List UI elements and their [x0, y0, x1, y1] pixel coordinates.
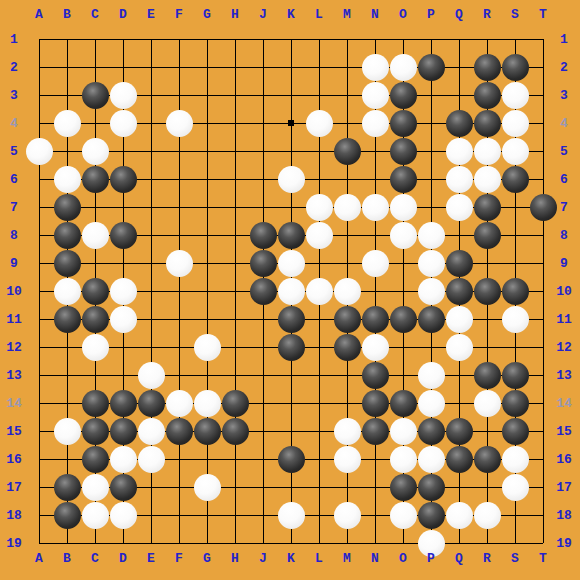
cell-H13[interactable]: [221, 361, 249, 389]
cell-P2[interactable]: [417, 53, 445, 81]
cell-G16[interactable]: [193, 445, 221, 473]
cell-E6[interactable]: [137, 165, 165, 193]
cell-E13[interactable]: [137, 361, 165, 389]
cell-N7[interactable]: [361, 193, 389, 221]
cell-F13[interactable]: [165, 361, 193, 389]
cell-N3[interactable]: [361, 81, 389, 109]
cell-G11[interactable]: [193, 305, 221, 333]
cell-E10[interactable]: [137, 277, 165, 305]
cell-M15[interactable]: [333, 417, 361, 445]
cell-J15[interactable]: [249, 417, 277, 445]
cell-N16[interactable]: [361, 445, 389, 473]
cell-Q7[interactable]: [445, 193, 473, 221]
cell-D4[interactable]: [109, 109, 137, 137]
cell-C17[interactable]: [81, 473, 109, 501]
cell-K8[interactable]: [277, 221, 305, 249]
cell-L10[interactable]: [305, 277, 333, 305]
cell-R15[interactable]: [473, 417, 501, 445]
cell-S3[interactable]: [501, 81, 529, 109]
cell-A3[interactable]: [25, 81, 53, 109]
cell-G4[interactable]: [193, 109, 221, 137]
cell-Q9[interactable]: [445, 249, 473, 277]
cell-B8[interactable]: [53, 221, 81, 249]
cell-A18[interactable]: [25, 501, 53, 529]
cell-L1[interactable]: [305, 25, 333, 53]
cell-L3[interactable]: [305, 81, 333, 109]
cell-L14[interactable]: [305, 389, 333, 417]
cell-S17[interactable]: [501, 473, 529, 501]
cell-Q12[interactable]: [445, 333, 473, 361]
cell-F6[interactable]: [165, 165, 193, 193]
cell-H8[interactable]: [221, 221, 249, 249]
cell-B18[interactable]: [53, 501, 81, 529]
cell-R7[interactable]: [473, 193, 501, 221]
cell-J11[interactable]: [249, 305, 277, 333]
cell-N9[interactable]: [361, 249, 389, 277]
cell-S4[interactable]: [501, 109, 529, 137]
cell-M18[interactable]: [333, 501, 361, 529]
cell-E7[interactable]: [137, 193, 165, 221]
cell-O2[interactable]: [389, 53, 417, 81]
cell-K2[interactable]: [277, 53, 305, 81]
cell-R9[interactable]: [473, 249, 501, 277]
cell-K11[interactable]: [277, 305, 305, 333]
cell-R13[interactable]: [473, 361, 501, 389]
cell-H6[interactable]: [221, 165, 249, 193]
cell-P4[interactable]: [417, 109, 445, 137]
cell-M11[interactable]: [333, 305, 361, 333]
cell-L13[interactable]: [305, 361, 333, 389]
cell-H14[interactable]: [221, 389, 249, 417]
cell-D17[interactable]: [109, 473, 137, 501]
cell-N10[interactable]: [361, 277, 389, 305]
cell-P3[interactable]: [417, 81, 445, 109]
cell-J17[interactable]: [249, 473, 277, 501]
cell-Q3[interactable]: [445, 81, 473, 109]
cell-B9[interactable]: [53, 249, 81, 277]
cell-L17[interactable]: [305, 473, 333, 501]
cell-K4[interactable]: [277, 109, 305, 137]
cell-D2[interactable]: [109, 53, 137, 81]
cell-B6[interactable]: [53, 165, 81, 193]
cell-E8[interactable]: [137, 221, 165, 249]
cell-C10[interactable]: [81, 277, 109, 305]
cell-C1[interactable]: [81, 25, 109, 53]
cell-K18[interactable]: [277, 501, 305, 529]
cell-P14[interactable]: [417, 389, 445, 417]
cell-M9[interactable]: [333, 249, 361, 277]
cell-F7[interactable]: [165, 193, 193, 221]
cell-A5[interactable]: [25, 137, 53, 165]
cell-L9[interactable]: [305, 249, 333, 277]
cell-O6[interactable]: [389, 165, 417, 193]
cell-O8[interactable]: [389, 221, 417, 249]
cell-M17[interactable]: [333, 473, 361, 501]
cell-S9[interactable]: [501, 249, 529, 277]
cell-E3[interactable]: [137, 81, 165, 109]
cell-F5[interactable]: [165, 137, 193, 165]
cell-O13[interactable]: [389, 361, 417, 389]
cell-G2[interactable]: [193, 53, 221, 81]
cell-Q15[interactable]: [445, 417, 473, 445]
cell-S2[interactable]: [501, 53, 529, 81]
cell-C8[interactable]: [81, 221, 109, 249]
cell-G14[interactable]: [193, 389, 221, 417]
cell-M12[interactable]: [333, 333, 361, 361]
cell-A12[interactable]: [25, 333, 53, 361]
cell-S5[interactable]: [501, 137, 529, 165]
cell-H18[interactable]: [221, 501, 249, 529]
cell-D12[interactable]: [109, 333, 137, 361]
cell-J18[interactable]: [249, 501, 277, 529]
cell-K17[interactable]: [277, 473, 305, 501]
cell-O10[interactable]: [389, 277, 417, 305]
cell-J13[interactable]: [249, 361, 277, 389]
cell-D13[interactable]: [109, 361, 137, 389]
cell-E1[interactable]: [137, 25, 165, 53]
cell-C3[interactable]: [81, 81, 109, 109]
cell-O16[interactable]: [389, 445, 417, 473]
cell-Q1[interactable]: [445, 25, 473, 53]
cell-N1[interactable]: [361, 25, 389, 53]
cell-P15[interactable]: [417, 417, 445, 445]
cell-C15[interactable]: [81, 417, 109, 445]
cell-N11[interactable]: [361, 305, 389, 333]
cell-A8[interactable]: [25, 221, 53, 249]
cell-H10[interactable]: [221, 277, 249, 305]
cell-B11[interactable]: [53, 305, 81, 333]
cell-A11[interactable]: [25, 305, 53, 333]
cell-N17[interactable]: [361, 473, 389, 501]
cell-A4[interactable]: [25, 109, 53, 137]
cell-M4[interactable]: [333, 109, 361, 137]
cell-J1[interactable]: [249, 25, 277, 53]
cell-G15[interactable]: [193, 417, 221, 445]
cell-H7[interactable]: [221, 193, 249, 221]
cell-M3[interactable]: [333, 81, 361, 109]
cell-K13[interactable]: [277, 361, 305, 389]
cell-F9[interactable]: [165, 249, 193, 277]
cell-G18[interactable]: [193, 501, 221, 529]
cell-P9[interactable]: [417, 249, 445, 277]
cell-L15[interactable]: [305, 417, 333, 445]
cell-J6[interactable]: [249, 165, 277, 193]
cell-P7[interactable]: [417, 193, 445, 221]
cell-B12[interactable]: [53, 333, 81, 361]
cell-D9[interactable]: [109, 249, 137, 277]
cell-R16[interactable]: [473, 445, 501, 473]
cell-J8[interactable]: [249, 221, 277, 249]
cell-R1[interactable]: [473, 25, 501, 53]
cell-O14[interactable]: [389, 389, 417, 417]
cell-O3[interactable]: [389, 81, 417, 109]
cell-R18[interactable]: [473, 501, 501, 529]
cell-B3[interactable]: [53, 81, 81, 109]
cell-B4[interactable]: [53, 109, 81, 137]
cell-G8[interactable]: [193, 221, 221, 249]
cell-H3[interactable]: [221, 81, 249, 109]
cell-C4[interactable]: [81, 109, 109, 137]
cell-N15[interactable]: [361, 417, 389, 445]
cell-R2[interactable]: [473, 53, 501, 81]
cell-C18[interactable]: [81, 501, 109, 529]
cell-Q4[interactable]: [445, 109, 473, 137]
cell-O5[interactable]: [389, 137, 417, 165]
cell-H2[interactable]: [221, 53, 249, 81]
cell-R6[interactable]: [473, 165, 501, 193]
cell-J9[interactable]: [249, 249, 277, 277]
cell-J2[interactable]: [249, 53, 277, 81]
cell-B5[interactable]: [53, 137, 81, 165]
cell-R10[interactable]: [473, 277, 501, 305]
cell-M2[interactable]: [333, 53, 361, 81]
cell-O7[interactable]: [389, 193, 417, 221]
cell-L16[interactable]: [305, 445, 333, 473]
cell-F15[interactable]: [165, 417, 193, 445]
cell-C14[interactable]: [81, 389, 109, 417]
cell-Q10[interactable]: [445, 277, 473, 305]
cell-F14[interactable]: [165, 389, 193, 417]
cell-E16[interactable]: [137, 445, 165, 473]
cell-K10[interactable]: [277, 277, 305, 305]
cell-A1[interactable]: [25, 25, 53, 53]
cell-Q11[interactable]: [445, 305, 473, 333]
cell-L4[interactable]: [305, 109, 333, 137]
cell-M6[interactable]: [333, 165, 361, 193]
cell-S8[interactable]: [501, 221, 529, 249]
cell-K12[interactable]: [277, 333, 305, 361]
cell-P18[interactable]: [417, 501, 445, 529]
cell-B10[interactable]: [53, 277, 81, 305]
cell-A7[interactable]: [25, 193, 53, 221]
cell-S11[interactable]: [501, 305, 529, 333]
cell-R4[interactable]: [473, 109, 501, 137]
cell-S18[interactable]: [501, 501, 529, 529]
cell-D1[interactable]: [109, 25, 137, 53]
cell-J3[interactable]: [249, 81, 277, 109]
cell-A13[interactable]: [25, 361, 53, 389]
cell-B2[interactable]: [53, 53, 81, 81]
cell-Q16[interactable]: [445, 445, 473, 473]
cell-J5[interactable]: [249, 137, 277, 165]
cell-R11[interactable]: [473, 305, 501, 333]
cell-A14[interactable]: [25, 389, 53, 417]
cell-B1[interactable]: [53, 25, 81, 53]
cell-C11[interactable]: [81, 305, 109, 333]
cell-H17[interactable]: [221, 473, 249, 501]
cell-O11[interactable]: [389, 305, 417, 333]
cell-R14[interactable]: [473, 389, 501, 417]
cell-A17[interactable]: [25, 473, 53, 501]
cell-S15[interactable]: [501, 417, 529, 445]
cell-P11[interactable]: [417, 305, 445, 333]
cell-E18[interactable]: [137, 501, 165, 529]
cell-B14[interactable]: [53, 389, 81, 417]
cell-S13[interactable]: [501, 361, 529, 389]
cell-F18[interactable]: [165, 501, 193, 529]
cell-H15[interactable]: [221, 417, 249, 445]
cell-M1[interactable]: [333, 25, 361, 53]
cell-M7[interactable]: [333, 193, 361, 221]
cell-G12[interactable]: [193, 333, 221, 361]
cell-E11[interactable]: [137, 305, 165, 333]
cell-Q13[interactable]: [445, 361, 473, 389]
cell-R12[interactable]: [473, 333, 501, 361]
cell-R5[interactable]: [473, 137, 501, 165]
cell-K9[interactable]: [277, 249, 305, 277]
cell-L12[interactable]: [305, 333, 333, 361]
cell-B13[interactable]: [53, 361, 81, 389]
cell-Q8[interactable]: [445, 221, 473, 249]
cell-N13[interactable]: [361, 361, 389, 389]
cell-J12[interactable]: [249, 333, 277, 361]
cell-D18[interactable]: [109, 501, 137, 529]
cell-C16[interactable]: [81, 445, 109, 473]
cell-E12[interactable]: [137, 333, 165, 361]
cell-N12[interactable]: [361, 333, 389, 361]
cell-C6[interactable]: [81, 165, 109, 193]
cell-H16[interactable]: [221, 445, 249, 473]
cell-D16[interactable]: [109, 445, 137, 473]
cell-J7[interactable]: [249, 193, 277, 221]
cell-K6[interactable]: [277, 165, 305, 193]
cell-C9[interactable]: [81, 249, 109, 277]
cell-E17[interactable]: [137, 473, 165, 501]
cell-D3[interactable]: [109, 81, 137, 109]
cell-S10[interactable]: [501, 277, 529, 305]
cell-K7[interactable]: [277, 193, 305, 221]
cell-E9[interactable]: [137, 249, 165, 277]
cell-M13[interactable]: [333, 361, 361, 389]
cell-E14[interactable]: [137, 389, 165, 417]
cell-F8[interactable]: [165, 221, 193, 249]
cell-D7[interactable]: [109, 193, 137, 221]
cell-A15[interactable]: [25, 417, 53, 445]
cell-Q2[interactable]: [445, 53, 473, 81]
cell-O9[interactable]: [389, 249, 417, 277]
cell-L5[interactable]: [305, 137, 333, 165]
cell-A9[interactable]: [25, 249, 53, 277]
cell-E5[interactable]: [137, 137, 165, 165]
cell-R17[interactable]: [473, 473, 501, 501]
cell-J10[interactable]: [249, 277, 277, 305]
cell-H12[interactable]: [221, 333, 249, 361]
cell-L11[interactable]: [305, 305, 333, 333]
cell-K3[interactable]: [277, 81, 305, 109]
cell-P16[interactable]: [417, 445, 445, 473]
cell-G6[interactable]: [193, 165, 221, 193]
cell-F3[interactable]: [165, 81, 193, 109]
cell-E15[interactable]: [137, 417, 165, 445]
cell-B16[interactable]: [53, 445, 81, 473]
cell-P12[interactable]: [417, 333, 445, 361]
cell-M14[interactable]: [333, 389, 361, 417]
cell-B17[interactable]: [53, 473, 81, 501]
cell-N14[interactable]: [361, 389, 389, 417]
cell-N8[interactable]: [361, 221, 389, 249]
cell-G10[interactable]: [193, 277, 221, 305]
cell-G3[interactable]: [193, 81, 221, 109]
cell-M16[interactable]: [333, 445, 361, 473]
cell-F10[interactable]: [165, 277, 193, 305]
cell-C5[interactable]: [81, 137, 109, 165]
cell-P6[interactable]: [417, 165, 445, 193]
cell-Q5[interactable]: [445, 137, 473, 165]
cell-R8[interactable]: [473, 221, 501, 249]
cell-F11[interactable]: [165, 305, 193, 333]
cell-S14[interactable]: [501, 389, 529, 417]
cell-Q14[interactable]: [445, 389, 473, 417]
cell-F16[interactable]: [165, 445, 193, 473]
cell-N6[interactable]: [361, 165, 389, 193]
cell-D10[interactable]: [109, 277, 137, 305]
cell-L18[interactable]: [305, 501, 333, 529]
cell-C2[interactable]: [81, 53, 109, 81]
cell-C13[interactable]: [81, 361, 109, 389]
cell-M8[interactable]: [333, 221, 361, 249]
cell-A2[interactable]: [25, 53, 53, 81]
cell-J14[interactable]: [249, 389, 277, 417]
cell-G17[interactable]: [193, 473, 221, 501]
cell-K1[interactable]: [277, 25, 305, 53]
cell-E2[interactable]: [137, 53, 165, 81]
cell-K16[interactable]: [277, 445, 305, 473]
cell-O4[interactable]: [389, 109, 417, 137]
cell-P5[interactable]: [417, 137, 445, 165]
cell-O12[interactable]: [389, 333, 417, 361]
cell-M5[interactable]: [333, 137, 361, 165]
cell-F2[interactable]: [165, 53, 193, 81]
cell-A16[interactable]: [25, 445, 53, 473]
cell-G13[interactable]: [193, 361, 221, 389]
cell-D6[interactable]: [109, 165, 137, 193]
cell-D15[interactable]: [109, 417, 137, 445]
cell-H11[interactable]: [221, 305, 249, 333]
cell-K14[interactable]: [277, 389, 305, 417]
cell-Q17[interactable]: [445, 473, 473, 501]
cell-F4[interactable]: [165, 109, 193, 137]
cell-N4[interactable]: [361, 109, 389, 137]
cell-D11[interactable]: [109, 305, 137, 333]
cell-S6[interactable]: [501, 165, 529, 193]
cell-L7[interactable]: [305, 193, 333, 221]
cell-L6[interactable]: [305, 165, 333, 193]
cell-H4[interactable]: [221, 109, 249, 137]
cell-B7[interactable]: [53, 193, 81, 221]
cell-S12[interactable]: [501, 333, 529, 361]
cell-F17[interactable]: [165, 473, 193, 501]
cell-O17[interactable]: [389, 473, 417, 501]
cell-C7[interactable]: [81, 193, 109, 221]
cell-O15[interactable]: [389, 417, 417, 445]
cell-H1[interactable]: [221, 25, 249, 53]
cell-D5[interactable]: [109, 137, 137, 165]
cell-N18[interactable]: [361, 501, 389, 529]
cell-P8[interactable]: [417, 221, 445, 249]
cell-O18[interactable]: [389, 501, 417, 529]
cell-S7[interactable]: [501, 193, 529, 221]
cell-G1[interactable]: [193, 25, 221, 53]
cell-L2[interactable]: [305, 53, 333, 81]
cell-P17[interactable]: [417, 473, 445, 501]
cell-Q6[interactable]: [445, 165, 473, 193]
cell-F1[interactable]: [165, 25, 193, 53]
cell-N2[interactable]: [361, 53, 389, 81]
cell-C12[interactable]: [81, 333, 109, 361]
cell-E4[interactable]: [137, 109, 165, 137]
cell-D14[interactable]: [109, 389, 137, 417]
cell-M10[interactable]: [333, 277, 361, 305]
